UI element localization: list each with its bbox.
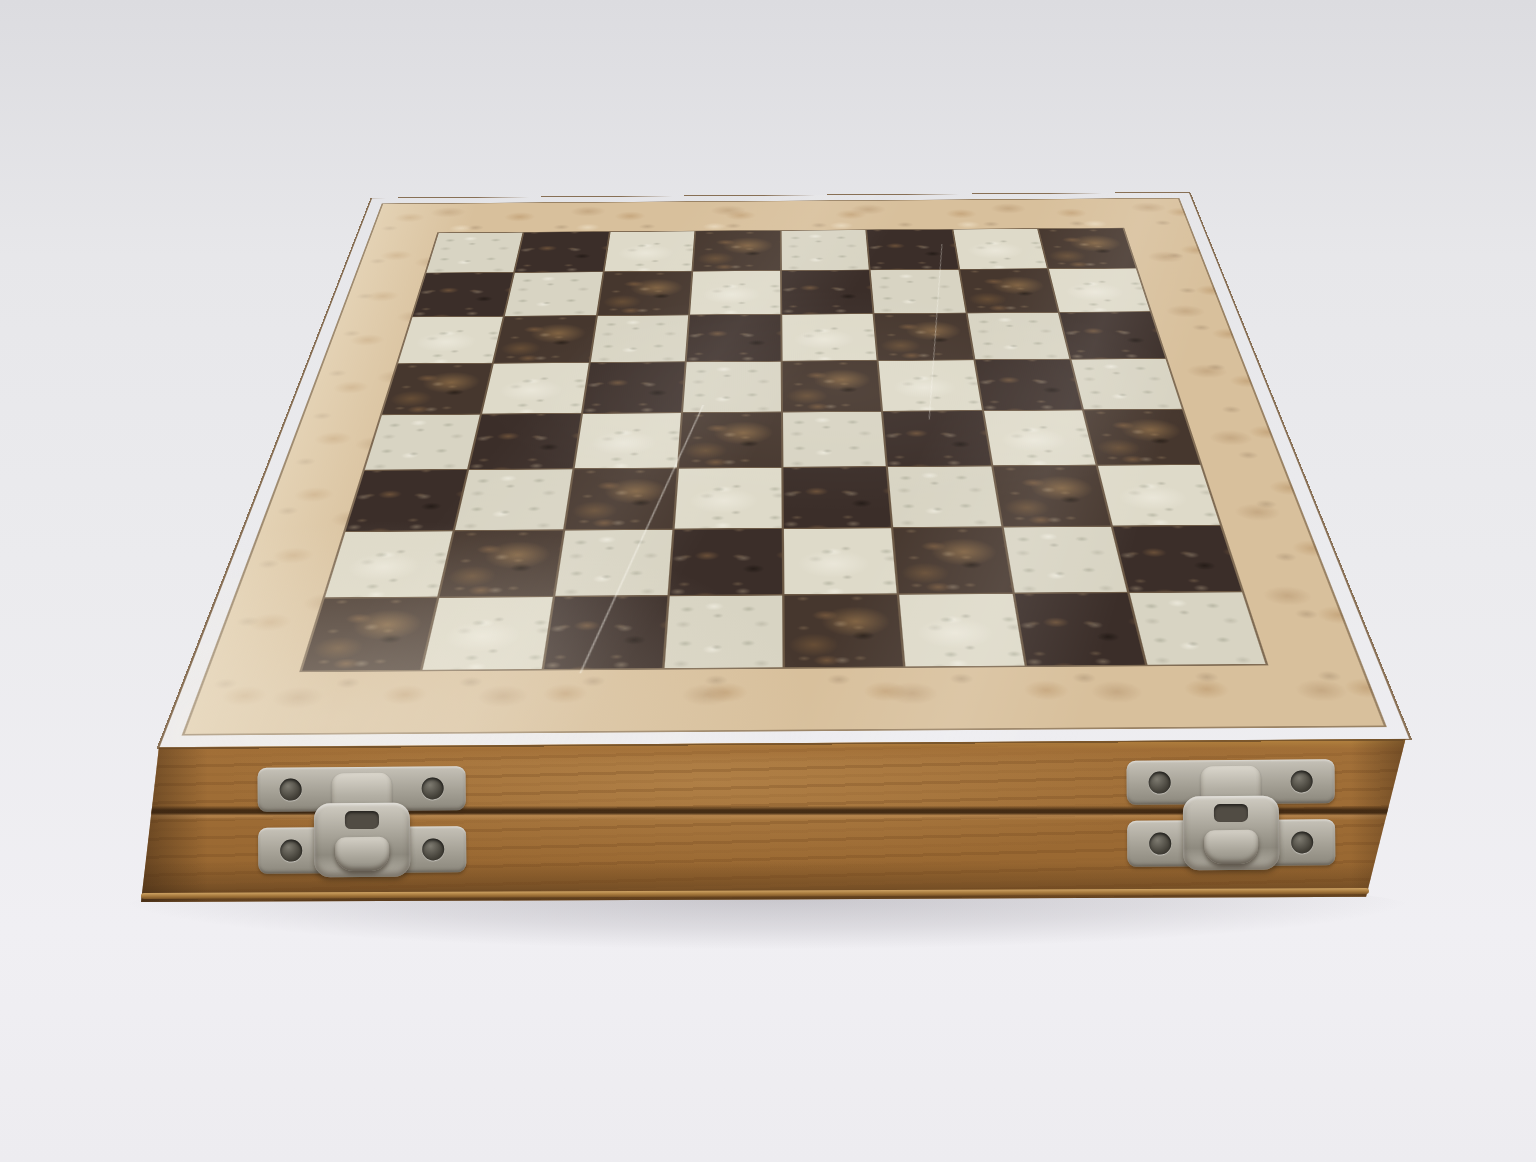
square-d4 bbox=[679, 413, 782, 468]
square-e5 bbox=[783, 361, 882, 412]
square-c8 bbox=[604, 231, 694, 271]
square-d2 bbox=[670, 529, 783, 595]
square-f8 bbox=[867, 230, 958, 270]
square-c2 bbox=[555, 530, 672, 596]
latch-right-clasp bbox=[1183, 766, 1280, 877]
square-g6 bbox=[967, 313, 1069, 360]
square-b7 bbox=[505, 272, 602, 315]
square-g3 bbox=[993, 466, 1110, 526]
square-g7 bbox=[960, 269, 1058, 312]
square-d5 bbox=[683, 362, 781, 413]
square-a7 bbox=[413, 273, 513, 316]
square-c5 bbox=[583, 362, 685, 413]
square-d3 bbox=[674, 468, 781, 528]
screw-hole bbox=[1149, 772, 1171, 794]
latch-hook bbox=[335, 837, 389, 871]
square-e8 bbox=[782, 230, 869, 270]
square-e6 bbox=[782, 314, 877, 361]
square-f2 bbox=[894, 527, 1012, 593]
square-f5 bbox=[879, 360, 982, 411]
square-a2 bbox=[325, 531, 453, 597]
square-h8 bbox=[1039, 228, 1136, 268]
latch-hook bbox=[1204, 830, 1258, 864]
square-f4 bbox=[883, 411, 990, 466]
square-g4 bbox=[984, 410, 1096, 465]
screw-hole bbox=[422, 777, 444, 799]
square-g1 bbox=[1014, 593, 1144, 666]
square-a3 bbox=[346, 470, 467, 530]
square-a6 bbox=[398, 316, 503, 363]
chessboard-top bbox=[159, 193, 1409, 748]
square-h5 bbox=[1071, 359, 1182, 410]
screw-hole bbox=[1291, 770, 1313, 792]
square-h2 bbox=[1113, 526, 1242, 592]
square-e1 bbox=[784, 595, 903, 668]
square-g2 bbox=[1003, 526, 1127, 592]
square-c7 bbox=[598, 272, 692, 315]
square-e7 bbox=[782, 270, 873, 313]
square-b3 bbox=[455, 470, 571, 530]
square-d7 bbox=[690, 271, 781, 314]
square-e3 bbox=[783, 467, 891, 527]
square-a4 bbox=[365, 415, 480, 470]
square-c1 bbox=[544, 596, 668, 669]
box-front-face bbox=[138, 730, 1408, 902]
square-h7 bbox=[1049, 269, 1150, 312]
square-d8 bbox=[693, 231, 780, 271]
square-g8 bbox=[953, 229, 1047, 269]
screw-hole bbox=[1149, 833, 1171, 855]
screw-hole bbox=[1291, 831, 1313, 853]
square-a1 bbox=[302, 598, 437, 671]
square-e2 bbox=[784, 528, 897, 594]
chessboard-grid bbox=[302, 228, 1265, 670]
screw-hole bbox=[280, 779, 302, 801]
square-c6 bbox=[590, 315, 688, 362]
latch-right bbox=[1126, 759, 1335, 879]
square-b8 bbox=[515, 232, 608, 272]
square-b5 bbox=[482, 363, 588, 414]
square-f3 bbox=[888, 467, 1001, 527]
screw-hole bbox=[280, 840, 302, 862]
square-f7 bbox=[871, 270, 965, 313]
square-f1 bbox=[899, 594, 1024, 667]
square-e4 bbox=[783, 412, 886, 467]
latch-left-clasp bbox=[314, 773, 411, 884]
square-d6 bbox=[686, 315, 780, 362]
square-f6 bbox=[875, 313, 973, 360]
square-b1 bbox=[423, 597, 552, 670]
square-b4 bbox=[469, 414, 580, 469]
square-h4 bbox=[1084, 410, 1200, 465]
latch-left bbox=[257, 766, 466, 886]
square-h3 bbox=[1098, 465, 1220, 525]
square-b6 bbox=[494, 316, 595, 363]
product-photo-scene bbox=[0, 0, 1536, 1162]
square-b2 bbox=[440, 530, 563, 596]
square-g5 bbox=[975, 360, 1082, 411]
square-c3 bbox=[565, 469, 677, 529]
square-a8 bbox=[426, 233, 522, 273]
screw-hole bbox=[422, 838, 444, 860]
square-c4 bbox=[574, 413, 681, 468]
square-h6 bbox=[1060, 312, 1166, 359]
square-d1 bbox=[664, 595, 782, 668]
square-h1 bbox=[1129, 592, 1265, 665]
square-a5 bbox=[382, 364, 492, 415]
